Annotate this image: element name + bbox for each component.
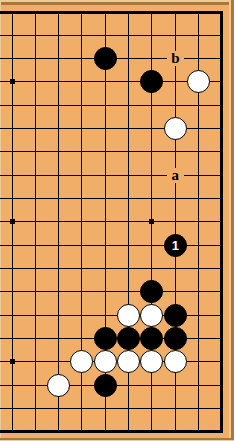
frame-top-dark [0,2,234,5]
stone-black-R9: 1 [164,234,187,257]
grid-hline [0,151,223,152]
point-label-R17: b [167,51,184,66]
stone-black-O5 [94,327,117,350]
stone-white-R14 [164,117,187,140]
grid-hline [0,291,223,292]
star-point-K4 [10,359,15,364]
stone-black-O3 [94,374,117,397]
grid-hline [0,245,223,246]
grid-hline [0,198,223,199]
stone-black-O17 [94,47,117,70]
frame-right-dark [231,0,234,441]
point-label-R12: a [167,168,184,183]
grid-vline [58,11,59,434]
star-point-Q10 [149,219,154,224]
stone-white-P6 [117,304,140,327]
grid-vline [35,11,36,434]
star-point-K16 [10,79,15,84]
grid-hline [0,11,223,14]
grid-hline [0,175,223,176]
grid-hline [0,408,223,409]
grid-vline [220,11,223,434]
go-board-diagram: 1ba [0,0,234,441]
stone-white-M3 [47,374,70,397]
grid-hline [0,268,223,269]
grid-hline [0,221,223,222]
stone-black-R5 [164,327,187,350]
grid-hline [0,105,223,106]
move-number-label: 1 [172,239,179,252]
stone-black-R6 [164,304,187,327]
grid-hline [0,35,223,36]
grid-hline [0,430,223,433]
star-point-K10 [10,219,15,224]
grid-hline [0,128,223,129]
grid-hline [0,315,223,316]
